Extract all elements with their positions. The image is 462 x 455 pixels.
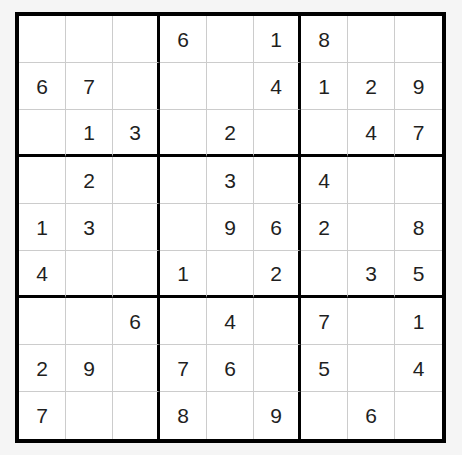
sudoku-cell[interactable] (160, 63, 207, 110)
sudoku-cell[interactable]: 4 (301, 157, 348, 204)
sudoku-cell[interactable]: 2 (207, 110, 254, 157)
sudoku-cell[interactable]: 7 (19, 392, 66, 439)
sudoku-cell[interactable] (113, 16, 160, 63)
sudoku-cell[interactable] (19, 157, 66, 204)
sudoku-cell[interactable]: 6 (113, 298, 160, 345)
sudoku-cell[interactable]: 3 (348, 251, 395, 298)
sudoku-cell[interactable] (254, 157, 301, 204)
sudoku-cell[interactable] (207, 251, 254, 298)
sudoku-cell[interactable]: 2 (254, 251, 301, 298)
sudoku-cell[interactable] (254, 298, 301, 345)
sudoku-board: 6186741291324723413962841235647129765478… (15, 12, 446, 443)
sudoku-cell[interactable] (348, 16, 395, 63)
sudoku-cell[interactable]: 7 (395, 110, 442, 157)
sudoku-cell[interactable]: 9 (254, 392, 301, 439)
sudoku-cell[interactable]: 6 (348, 392, 395, 439)
sudoku-cell[interactable]: 7 (160, 345, 207, 392)
sudoku-cell[interactable] (19, 110, 66, 157)
sudoku-cell[interactable]: 1 (19, 204, 66, 251)
sudoku-cell[interactable] (66, 16, 113, 63)
sudoku-cell[interactable]: 3 (207, 157, 254, 204)
sudoku-cell[interactable]: 5 (301, 345, 348, 392)
sudoku-cell[interactable]: 6 (254, 204, 301, 251)
sudoku-cell[interactable] (66, 251, 113, 298)
sudoku-cell[interactable] (301, 110, 348, 157)
sudoku-cell[interactable] (113, 392, 160, 439)
sudoku-cell[interactable]: 6 (207, 345, 254, 392)
sudoku-cell[interactable]: 3 (113, 110, 160, 157)
sudoku-cell[interactable] (254, 345, 301, 392)
sudoku-cell[interactable] (348, 204, 395, 251)
sudoku-cell[interactable]: 1 (254, 16, 301, 63)
sudoku-cell[interactable]: 1 (160, 251, 207, 298)
sudoku-cell[interactable] (66, 392, 113, 439)
sudoku-cell[interactable] (113, 251, 160, 298)
sudoku-cell[interactable]: 2 (301, 204, 348, 251)
sudoku-cell[interactable]: 4 (395, 345, 442, 392)
sudoku-cell[interactable]: 9 (395, 63, 442, 110)
sudoku-cell[interactable]: 1 (395, 298, 442, 345)
sudoku-cell[interactable] (348, 298, 395, 345)
sudoku-cell[interactable] (113, 204, 160, 251)
sudoku-cell[interactable]: 7 (301, 298, 348, 345)
sudoku-cell[interactable] (113, 157, 160, 204)
sudoku-cell[interactable]: 2 (19, 345, 66, 392)
sudoku-cell[interactable] (160, 110, 207, 157)
sudoku-cell[interactable] (113, 63, 160, 110)
sudoku-cell[interactable]: 4 (207, 298, 254, 345)
sudoku-cell[interactable]: 9 (207, 204, 254, 251)
sudoku-cell[interactable] (207, 392, 254, 439)
sudoku-cell[interactable]: 6 (160, 16, 207, 63)
sudoku-cell[interactable]: 8 (395, 204, 442, 251)
sudoku-cell[interactable]: 4 (348, 110, 395, 157)
sudoku-cell[interactable]: 4 (254, 63, 301, 110)
sudoku-cell[interactable]: 8 (160, 392, 207, 439)
sudoku-cell[interactable] (395, 16, 442, 63)
sudoku-cell[interactable]: 1 (66, 110, 113, 157)
sudoku-cell[interactable] (160, 157, 207, 204)
sudoku-cell[interactable]: 5 (395, 251, 442, 298)
sudoku-cell[interactable] (395, 157, 442, 204)
sudoku-cell[interactable] (301, 251, 348, 298)
sudoku-cell[interactable] (160, 298, 207, 345)
sudoku-cell[interactable] (19, 298, 66, 345)
sudoku-cell[interactable]: 3 (66, 204, 113, 251)
sudoku-cell[interactable] (207, 63, 254, 110)
sudoku-cell[interactable]: 2 (66, 157, 113, 204)
sudoku-cell[interactable]: 7 (66, 63, 113, 110)
sudoku-cell[interactable]: 4 (19, 251, 66, 298)
sudoku-cell[interactable]: 6 (19, 63, 66, 110)
sudoku-cell[interactable]: 9 (66, 345, 113, 392)
sudoku-cell[interactable] (113, 345, 160, 392)
sudoku-cell[interactable]: 1 (301, 63, 348, 110)
sudoku-cell[interactable] (207, 16, 254, 63)
sudoku-cell[interactable] (66, 298, 113, 345)
sudoku-cell[interactable]: 2 (348, 63, 395, 110)
sudoku-cell[interactable] (301, 392, 348, 439)
sudoku-cell[interactable] (254, 110, 301, 157)
sudoku-cell[interactable] (348, 345, 395, 392)
sudoku-cell[interactable] (19, 16, 66, 63)
sudoku-cell[interactable] (395, 392, 442, 439)
sudoku-cell[interactable] (160, 204, 207, 251)
sudoku-cell[interactable]: 8 (301, 16, 348, 63)
sudoku-cell[interactable] (348, 157, 395, 204)
